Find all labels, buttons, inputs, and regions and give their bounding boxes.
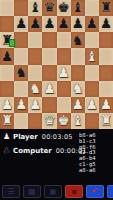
square-f4[interactable] bbox=[71, 65, 85, 81]
white-pawn-icon: ♟ bbox=[2, 133, 11, 141]
square-e2[interactable] bbox=[57, 97, 71, 113]
info-panel: ♟ Player 00:03:05 ♟ Computer 00:00:01 b8… bbox=[0, 129, 113, 200]
black-piece-e7[interactable]: ♟ bbox=[57, 16, 71, 32]
square-e5[interactable] bbox=[57, 48, 71, 64]
white-piece-e4[interactable]: ♟ bbox=[57, 65, 71, 81]
square-a8[interactable] bbox=[0, 0, 14, 16]
square-b3[interactable] bbox=[14, 81, 28, 97]
square-b7[interactable]: ♟ bbox=[14, 16, 28, 32]
white-piece-f2[interactable]: ♟ bbox=[71, 97, 85, 113]
player-label: Player bbox=[13, 133, 38, 141]
square-a4[interactable] bbox=[0, 65, 14, 81]
square-b1[interactable] bbox=[14, 113, 28, 129]
white-piece-b2[interactable]: ♟ bbox=[14, 97, 28, 113]
white-piece-f1[interactable]: ♝ bbox=[71, 113, 85, 129]
square-h3[interactable] bbox=[99, 81, 113, 97]
black-piece-h8[interactable]: ♜ bbox=[99, 0, 113, 16]
square-d1[interactable]: ♛ bbox=[42, 113, 56, 129]
square-h2[interactable]: ♟ bbox=[99, 97, 113, 113]
square-g7[interactable]: ♟ bbox=[85, 16, 99, 32]
stop-button[interactable]: ▪ bbox=[65, 185, 83, 198]
white-piece-f3[interactable]: ♞ bbox=[71, 81, 85, 97]
white-piece-d1[interactable]: ♛ bbox=[42, 113, 56, 129]
black-piece-a5[interactable]: ♟ bbox=[0, 48, 14, 64]
move-entry: a8-a6 bbox=[79, 168, 112, 174]
white-piece-a2[interactable]: ♟ bbox=[0, 97, 14, 113]
black-piece-c7[interactable]: ♟ bbox=[28, 16, 42, 32]
square-h5[interactable] bbox=[99, 48, 113, 64]
square-b5[interactable] bbox=[14, 48, 28, 64]
square-a1[interactable]: ♜ bbox=[0, 113, 14, 129]
board-button[interactable]: ▦ bbox=[23, 185, 41, 198]
black-piece-h7[interactable]: ♟ bbox=[99, 16, 113, 32]
square-d2[interactable] bbox=[42, 97, 56, 113]
toolbar: ☰▦▣▪↶↷ bbox=[0, 185, 113, 199]
square-h1[interactable]: ♜ bbox=[99, 113, 113, 129]
square-g2[interactable]: ♟ bbox=[85, 97, 99, 113]
square-f3[interactable]: ♞ bbox=[71, 81, 85, 97]
square-a5[interactable]: ♟ bbox=[0, 48, 14, 64]
square-g5[interactable]: ♝ bbox=[85, 48, 99, 64]
square-a3[interactable] bbox=[0, 81, 14, 97]
square-e3[interactable] bbox=[57, 81, 71, 97]
square-b6[interactable] bbox=[14, 32, 28, 48]
square-c2[interactable]: ♟ bbox=[28, 97, 42, 113]
options-button[interactable]: ▣ bbox=[44, 185, 62, 198]
square-c4[interactable] bbox=[28, 65, 42, 81]
square-b4[interactable]: ♞ bbox=[14, 65, 28, 81]
white-piece-g5[interactable]: ♝ bbox=[85, 48, 99, 64]
stop-button-icon: ▪ bbox=[71, 188, 76, 196]
menu-button[interactable]: ☰ bbox=[2, 185, 20, 198]
undo-button-icon: ↶ bbox=[92, 188, 99, 196]
white-piece-e1[interactable]: ♚ bbox=[57, 113, 71, 129]
white-piece-c3[interactable]: ♞ bbox=[28, 81, 42, 97]
square-d3[interactable]: ♟ bbox=[42, 81, 56, 97]
square-a2[interactable]: ♟ bbox=[0, 97, 14, 113]
white-piece-h1[interactable]: ♜ bbox=[99, 113, 113, 129]
square-f2[interactable]: ♟ bbox=[71, 97, 85, 113]
black-piece-f6[interactable]: ♞ bbox=[71, 32, 85, 48]
square-c3[interactable]: ♞ bbox=[28, 81, 42, 97]
square-d6[interactable] bbox=[42, 32, 56, 48]
black-piece-b4[interactable]: ♞ bbox=[14, 65, 28, 81]
square-e7[interactable]: ♟ bbox=[57, 16, 71, 32]
board-button-icon: ▦ bbox=[28, 188, 36, 196]
square-g1[interactable] bbox=[85, 113, 99, 129]
menu-button-icon: ☰ bbox=[7, 188, 14, 196]
square-c6[interactable] bbox=[28, 32, 42, 48]
options-button-icon: ▣ bbox=[49, 188, 57, 196]
square-d5[interactable] bbox=[42, 48, 56, 64]
square-g8[interactable] bbox=[85, 0, 99, 16]
redo-button[interactable]: ↷ bbox=[107, 185, 113, 198]
player-time: 00:03:05 bbox=[42, 133, 73, 141]
white-piece-g2[interactable]: ♟ bbox=[85, 97, 99, 113]
black-piece-g7[interactable]: ♟ bbox=[85, 16, 99, 32]
black-piece-e8[interactable]: ♚ bbox=[57, 0, 71, 16]
black-piece-c8[interactable]: ♝ bbox=[28, 0, 42, 16]
square-a7[interactable] bbox=[0, 16, 14, 32]
square-h8[interactable]: ♜ bbox=[99, 0, 113, 16]
square-b8[interactable] bbox=[14, 0, 28, 16]
square-c8[interactable]: ♝ bbox=[28, 0, 42, 16]
square-e1[interactable]: ♚ bbox=[57, 113, 71, 129]
computer-label: Computer bbox=[13, 147, 52, 155]
square-b2[interactable]: ♟ bbox=[14, 97, 28, 113]
square-f7[interactable]: ♟ bbox=[71, 16, 85, 32]
square-e8[interactable]: ♚ bbox=[57, 0, 71, 16]
square-h6[interactable] bbox=[99, 32, 113, 48]
black-piece-f8[interactable]: ♝ bbox=[71, 0, 85, 16]
black-piece-d8[interactable]: ♛ bbox=[42, 0, 56, 16]
last-move-marker bbox=[9, 39, 15, 47]
square-c7[interactable]: ♟ bbox=[28, 16, 42, 32]
white-piece-c2[interactable]: ♟ bbox=[28, 97, 42, 113]
square-f1[interactable]: ♝ bbox=[71, 113, 85, 129]
white-piece-a1[interactable]: ♜ bbox=[0, 113, 14, 129]
square-c5[interactable] bbox=[28, 48, 42, 64]
square-d8[interactable]: ♛ bbox=[42, 0, 56, 16]
square-h4[interactable] bbox=[99, 65, 113, 81]
move-list[interactable]: b8-a6b1-c3g8-f6d2-d3a6-b4c1-g5a8-a6 bbox=[79, 133, 112, 174]
square-f6[interactable]: ♞ bbox=[71, 32, 85, 48]
black-piece-f7[interactable]: ♟ bbox=[71, 16, 85, 32]
square-d4[interactable] bbox=[42, 65, 56, 81]
square-e6[interactable] bbox=[57, 32, 71, 48]
black-pawn-icon: ♟ bbox=[2, 147, 11, 155]
square-h7[interactable]: ♟ bbox=[99, 16, 113, 32]
black-piece-b7[interactable]: ♟ bbox=[14, 16, 28, 32]
chess-board[interactable]: ♝♛♚♝♜♟♟♟♟♟♟♟♜♞♟♝♞♟♞♟♞♟♟♟♟♟♟♜♛♚♝♜ bbox=[0, 0, 113, 129]
square-e4[interactable]: ♟ bbox=[57, 65, 71, 81]
square-g4[interactable] bbox=[85, 65, 99, 81]
square-c1[interactable] bbox=[28, 113, 42, 129]
black-piece-d7[interactable]: ♟ bbox=[42, 16, 56, 32]
square-d7[interactable]: ♟ bbox=[42, 16, 56, 32]
undo-button[interactable]: ↶ bbox=[86, 185, 104, 198]
square-f8[interactable]: ♝ bbox=[71, 0, 85, 16]
square-f5[interactable] bbox=[71, 48, 85, 64]
square-g3[interactable] bbox=[85, 81, 99, 97]
white-piece-d3[interactable]: ♟ bbox=[42, 81, 56, 97]
square-g6[interactable] bbox=[85, 32, 99, 48]
white-piece-h2[interactable]: ♟ bbox=[99, 97, 113, 113]
